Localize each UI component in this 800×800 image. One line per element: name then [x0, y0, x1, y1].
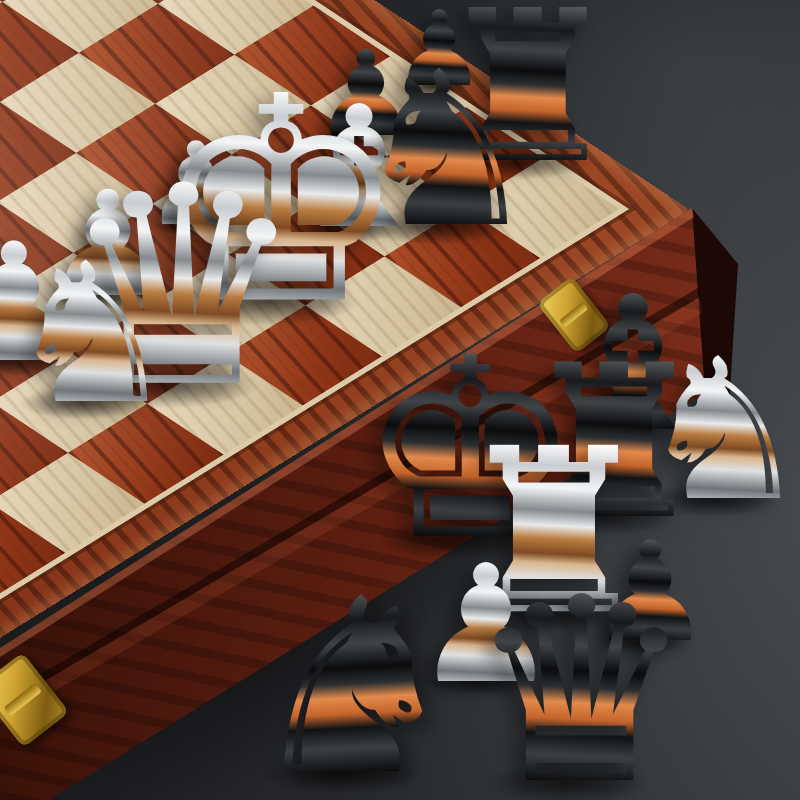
- product-photo-scene: ♟♟♜♟♝♞♟♚♟♛♞♝♞♜♚♜♟♟♞♛: [0, 0, 800, 800]
- piece-ground-shadow: [597, 630, 688, 653]
- piece-ground-shadow: [483, 761, 652, 800]
